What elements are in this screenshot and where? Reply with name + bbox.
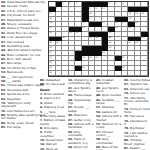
clue: 45. Croatian nobleman [96, 79, 122, 86]
cell-number: 53 [49, 66, 52, 68]
grid-cell[interactable] [128, 71, 135, 76]
clue-number: 56. [1, 75, 7, 79]
cell-number: 42 [135, 41, 138, 43]
clue-number: 2. [40, 96, 44, 100]
clue-number: 69. [1, 97, 7, 101]
clue: 30. Only colonialist [68, 131, 94, 138]
cell-number: 36 [109, 36, 112, 38]
clue-number: 45. [96, 79, 102, 82]
clue-number: 58. [96, 137, 102, 141]
crossword-page: 20. Trans-Siberian Railroad city24. Pecu… [0, 0, 150, 150]
cell-number: 46 [102, 51, 105, 53]
clue-number: 5. [40, 110, 44, 114]
cell-number: 43 [49, 46, 52, 48]
clue-number: 37. [1, 40, 7, 44]
clue-number: 79. [124, 131, 130, 135]
cell-number: 8 [89, 7, 90, 9]
clue-number: 26. [68, 113, 74, 117]
clue-number: 61. [1, 83, 7, 87]
clue-number: 30. [68, 130, 74, 134]
cell-number: 16 [49, 17, 52, 19]
grid-cell[interactable] [56, 71, 63, 76]
clue-number: 47. [1, 61, 7, 65]
clue-number: 76. [1, 109, 7, 113]
clue-number: 57. [96, 130, 102, 134]
clue: 33. 1 wk. aboard ship [1, 36, 46, 39]
clue-number: 42. [1, 48, 7, 52]
cell-number: 54 [82, 66, 85, 68]
clue-number: 33. [1, 35, 7, 39]
cell-number: 48 [82, 56, 85, 58]
grid-cell[interactable] [122, 71, 129, 76]
clue-number: 24. [68, 98, 74, 102]
clue-number: 34. [68, 145, 74, 149]
clue: 58. Only commander [96, 138, 122, 145]
clue: 79. I am leads a resilience [124, 132, 150, 139]
clue: 16. Mock-up [40, 148, 66, 150]
cell-number: 33 [62, 36, 65, 38]
cell-number: 52 [49, 61, 52, 63]
clue-number: 14. [40, 142, 46, 146]
grid-cell[interactable] [69, 71, 76, 76]
grid-cell[interactable] [75, 71, 82, 76]
cell-number: 39 [56, 41, 59, 43]
cell-number: 20 [82, 21, 85, 23]
clue-number: 83. [1, 121, 7, 125]
clue-number: 4. [40, 105, 44, 109]
grid-cell[interactable] [95, 71, 102, 76]
clue: 49. Scrabble ___ Venus [96, 99, 122, 106]
cell-number: 32 [109, 31, 112, 33]
cell-number: 37 [142, 36, 145, 38]
clue-number: 60. [96, 145, 102, 149]
clue-number: 69. [124, 87, 130, 91]
clue-number: 67. [124, 82, 130, 86]
grid-cell[interactable] [82, 71, 89, 76]
cell-number: 56 [49, 71, 52, 73]
clue-number: 85. [1, 125, 7, 129]
clue-column: 86. Defaulted88. Try like a sealDown1. B… [40, 79, 66, 150]
clue-number: 3. [40, 101, 44, 105]
clue-number: 36. [68, 149, 74, 150]
clue: 80. 'Smarter Blood' channel [124, 139, 150, 146]
cell-number: 18 [128, 17, 131, 19]
clue: 71. 'Our Family Circus' cartoonist Bil [124, 97, 150, 107]
cell-number: 50 [95, 56, 98, 58]
clue-number: 6. [40, 114, 44, 118]
clue: 19. Implant for a competitive day [68, 79, 94, 86]
cell-number: 14 [135, 12, 138, 14]
clue-number: 32. [68, 137, 74, 141]
clue-number: 58. [1, 79, 7, 83]
cell-number: 10 [102, 7, 105, 9]
clue-number: 52. [96, 110, 102, 114]
cell-number: 51 [122, 56, 125, 58]
clue: 46. Jack Sprat's no-no [96, 87, 122, 94]
cell-number: 19 [49, 21, 52, 23]
clue-number: 22. [68, 93, 74, 97]
cell-number: 30 [69, 31, 72, 33]
clue: 24. Hypotenuse figs. [68, 99, 94, 106]
cell-number: 6 [122, 2, 123, 4]
clue-number: 49. [96, 98, 102, 102]
clue-number: 75. [124, 114, 130, 118]
clue-number: 8. [40, 126, 44, 130]
cell-number: 26 [82, 26, 85, 28]
clue-number: 48. [96, 93, 102, 97]
cell-number: 17 [89, 17, 92, 19]
clue-number: 71. [124, 96, 130, 100]
clue-number: 31. [1, 31, 7, 35]
grid-cell[interactable] [108, 71, 115, 76]
cell-number: 22 [115, 21, 118, 23]
cell-number: 21 [102, 21, 105, 23]
cell-number: 25 [49, 26, 52, 28]
clue: 25. Scouts' ___ badge [68, 106, 94, 113]
cell-number: 2 [69, 2, 70, 4]
clue-number: 81. [124, 146, 130, 150]
clue: 55. Stadium for a crowd [96, 123, 122, 130]
clue-number: 53. [1, 70, 7, 74]
cell-number: 41 [128, 41, 131, 43]
grid-cell[interactable] [141, 71, 148, 76]
clue-number: 26. [1, 13, 7, 17]
clue-number: 7. [40, 118, 44, 122]
clue-number: 1. [40, 92, 44, 96]
clue-number: 10. [40, 138, 46, 142]
clue: 26. City break, for short [1, 14, 46, 17]
clue: 32. Flank of sandwich, e.g. [68, 138, 94, 145]
clue-number: 88. [40, 82, 46, 86]
clue: 60. Back of the neck [96, 146, 122, 150]
clue-number: 28. [1, 22, 7, 26]
cell-number: 12 [89, 12, 92, 14]
clue-number: 27. [68, 118, 74, 122]
clue: 74. Home to most Turks [124, 108, 150, 115]
clue: 7. Battery of bass drums [40, 119, 66, 126]
clue-number: 27. [1, 18, 7, 22]
grid-cell[interactable]: 56 [49, 71, 56, 76]
cell-number: 3 [76, 2, 77, 4]
clue: 54. Vehicle with a median [96, 115, 122, 122]
cell-number: 4 [109, 2, 110, 4]
clue-number: 19. [68, 79, 74, 82]
cell-number: 34 [89, 36, 92, 38]
clue-number: 70. [124, 91, 130, 95]
cell-number: 27 [115, 26, 118, 28]
clue-number: 65. [1, 92, 7, 96]
clue-number: 28. [68, 122, 74, 126]
clue-number: 9. [40, 130, 44, 134]
cell-number: 24 [135, 21, 138, 23]
cell-number: 9 [95, 7, 96, 9]
cell-number: 38 [49, 41, 52, 43]
clue-number: 39. [1, 44, 7, 48]
clue-number: 45. [1, 57, 7, 61]
clue-number: 74. [124, 107, 130, 111]
clue-number: 80. [1, 113, 7, 117]
clue: 28. Vehicle with a handlebar [68, 123, 94, 130]
cell-number: 7 [56, 7, 57, 9]
cell-number: 35 [95, 36, 98, 38]
cell-number: 47 [49, 56, 52, 58]
clue-number: 16. [40, 147, 46, 150]
clue-number: 76. [124, 119, 130, 123]
clues-bottom-band: 86. Defaulted88. Try like a sealDown1. B… [40, 79, 150, 150]
cell-number: 5 [115, 2, 116, 4]
clue-number: 25. [68, 105, 74, 109]
cell-number: 45 [49, 51, 52, 53]
clue: 76. Literature to it [124, 120, 150, 127]
cell-number: 31 [76, 31, 79, 33]
cell-number: 15 [142, 12, 145, 14]
grid-cell[interactable] [89, 71, 96, 76]
clue-number: 55. [96, 122, 102, 126]
clue-number: 50. [1, 66, 7, 70]
clue-number: 44. [1, 53, 7, 57]
clue: 21. Jack Sprat's taboo [68, 87, 94, 94]
grid-cell[interactable] [102, 71, 109, 76]
clue-number: 46. [96, 86, 102, 90]
clue-number: 54. [96, 114, 102, 118]
cell-number: 44 [109, 46, 112, 48]
clue: 88. Try like a seal [40, 83, 66, 86]
clue-number: 72. [1, 101, 7, 105]
cell-number: 23 [122, 21, 125, 23]
cell-number: 55 [122, 66, 125, 68]
clue-number: 80. [124, 138, 130, 142]
clue-number: 25. [1, 9, 7, 13]
clue-column: 19. Implant for a competitive day21. Jac… [68, 79, 94, 150]
clue-number: 21. [68, 86, 74, 90]
grid-cell[interactable] [115, 71, 122, 76]
clue-number: 78. [124, 126, 130, 130]
crossword-grid[interactable]: 1234567891011121314151617181920212223242… [48, 1, 149, 77]
clue-column: 66. Colorful fishes67. Tarpist's ride69.… [124, 79, 150, 150]
cell-number: 11 [49, 12, 52, 14]
clue: 57. Chicken cordon ___ [96, 131, 122, 138]
clue: 9. Pretty cucumber [40, 131, 66, 138]
clue: 81. Season ___ [124, 147, 150, 150]
cell-number: 13 [128, 12, 131, 14]
clue-number: 29. [1, 26, 7, 30]
clue-number: 63. [1, 88, 7, 92]
cell-number: 49 [89, 56, 92, 58]
cell-number: 1 [62, 2, 63, 4]
cell-number: 40 [109, 41, 112, 43]
clue-number: 24. [1, 4, 7, 8]
grid-cell[interactable] [135, 71, 142, 76]
grid-cell[interactable] [62, 71, 69, 76]
cell-number: 28 [128, 26, 131, 28]
cell-number: 29 [49, 31, 52, 33]
clue-number: 51. [96, 105, 102, 109]
clue-column: 45. Croatian nobleman46. Jack Sprat's no… [96, 79, 122, 150]
